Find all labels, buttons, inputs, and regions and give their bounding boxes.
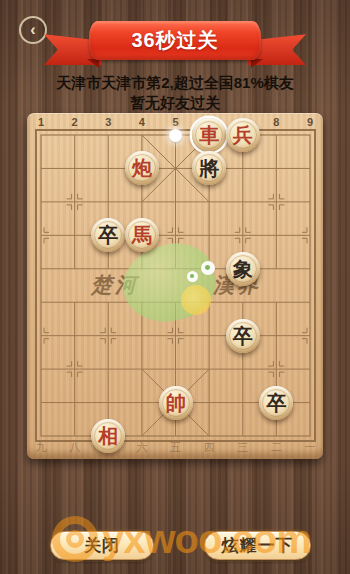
chevron-left-icon: ‹ (30, 22, 35, 38)
last-move-origin-dot (169, 129, 182, 142)
file-label-bottom: 八 (69, 440, 80, 455)
result-banner: 36秒过关 (44, 20, 306, 70)
back-button[interactable]: ‹ (19, 16, 47, 44)
file-label-top: 4 (139, 116, 145, 128)
file-label-top: 8 (273, 116, 279, 128)
file-label-bottom: 三 (237, 440, 248, 455)
piece-red-車[interactable]: 車 (192, 118, 226, 152)
file-label-bottom: 二 (271, 440, 282, 455)
file-label-top: 9 (307, 116, 313, 128)
file-label-top: 5 (172, 116, 178, 128)
river-label-left: 楚河 (91, 271, 139, 299)
rank-text-line2: 暂无好友过关 (0, 94, 350, 113)
xiangqi-board[interactable]: 123456789 九八七六五四三二一 楚河 漢界 車兵炮將卒馬象卒帥卒相 (27, 113, 323, 459)
file-label-bottom: 六 (136, 440, 147, 455)
piece-red-馬[interactable]: 馬 (125, 218, 159, 252)
brag-button[interactable]: 炫耀一下 (204, 531, 311, 560)
piece-black-卒[interactable]: 卒 (226, 319, 260, 353)
file-label-bottom: 四 (204, 440, 215, 455)
file-label-top: 3 (105, 116, 111, 128)
piece-black-卒[interactable]: 卒 (259, 386, 293, 420)
file-label-top: 1 (38, 116, 44, 128)
result-screen: ‹ 36秒过关 天津市天津市第2,超过全国81%棋友 暂无好友过关 123456… (0, 0, 350, 574)
piece-red-帥[interactable]: 帥 (159, 386, 193, 420)
close-button[interactable]: 关闭 (50, 531, 154, 560)
file-label-bottom: 五 (170, 440, 181, 455)
ribbon-band: 36秒过关 (89, 21, 261, 60)
banner-title: 36秒过关 (131, 27, 218, 54)
rank-text-line1: 天津市天津市第2,超过全国81%棋友 (0, 74, 350, 93)
file-label-bottom: 一 (305, 440, 316, 455)
piece-red-兵[interactable]: 兵 (226, 118, 260, 152)
file-label-bottom: 九 (36, 440, 47, 455)
piece-black-象[interactable]: 象 (226, 252, 260, 286)
piece-red-相[interactable]: 相 (91, 419, 125, 453)
file-label-top: 2 (72, 116, 78, 128)
